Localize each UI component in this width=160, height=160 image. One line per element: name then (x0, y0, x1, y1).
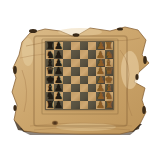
board-square[interactable] (71, 67, 79, 75)
board-square[interactable]: ♟ (96, 101, 104, 109)
chess-piece-black-r[interactable]: ♜ (46, 99, 55, 109)
board-square[interactable] (88, 50, 96, 58)
board-square[interactable] (71, 84, 79, 92)
chess-piece-black-p[interactable]: ♟ (54, 99, 63, 109)
board-square[interactable] (80, 42, 88, 50)
board-square[interactable] (63, 50, 71, 58)
board-square[interactable]: ♟ (54, 101, 62, 109)
chess-set-photo: ♜♟♟♜♞♟♟♞♝♟♟♝♛♟♟♛♚♟♟♚♝♟♟♝♞♟♟♞♜♟♟♜ (0, 0, 160, 160)
board-square[interactable] (88, 76, 96, 84)
board-square[interactable] (63, 42, 71, 50)
board-square[interactable] (63, 59, 71, 67)
board-square[interactable] (88, 67, 96, 75)
board-square[interactable] (63, 84, 71, 92)
board-square[interactable] (88, 92, 96, 100)
board-square[interactable]: ♜ (46, 101, 54, 109)
board-square[interactable] (88, 42, 96, 50)
board-square[interactable] (80, 67, 88, 75)
board-square[interactable] (63, 67, 71, 75)
board-square[interactable]: ♜ (105, 101, 113, 109)
board-square[interactable] (71, 76, 79, 84)
board-square[interactable] (63, 76, 71, 84)
board-square[interactable] (80, 50, 88, 58)
board-square[interactable] (80, 92, 88, 100)
board-square[interactable] (80, 101, 88, 109)
wood-knot (52, 121, 58, 126)
board-square[interactable] (80, 59, 88, 67)
board-square[interactable] (71, 42, 79, 50)
chess-piece-white-p[interactable]: ♟ (96, 99, 105, 109)
chess-board[interactable]: ♜♟♟♜♞♟♟♞♝♟♟♝♛♟♟♛♚♟♟♚♝♟♟♝♞♟♟♞♜♟♟♜ (45, 41, 114, 110)
board-square[interactable] (80, 76, 88, 84)
board-square[interactable] (63, 101, 71, 109)
board-square[interactable] (80, 84, 88, 92)
board-square[interactable] (63, 92, 71, 100)
board-square[interactable] (88, 84, 96, 92)
board-square[interactable] (88, 101, 96, 109)
board-square[interactable] (71, 50, 79, 58)
board-square[interactable] (71, 101, 79, 109)
board-square[interactable] (71, 59, 79, 67)
chess-piece-white-r[interactable]: ♜ (105, 99, 114, 109)
board-square[interactable] (71, 92, 79, 100)
board-square[interactable] (88, 59, 96, 67)
